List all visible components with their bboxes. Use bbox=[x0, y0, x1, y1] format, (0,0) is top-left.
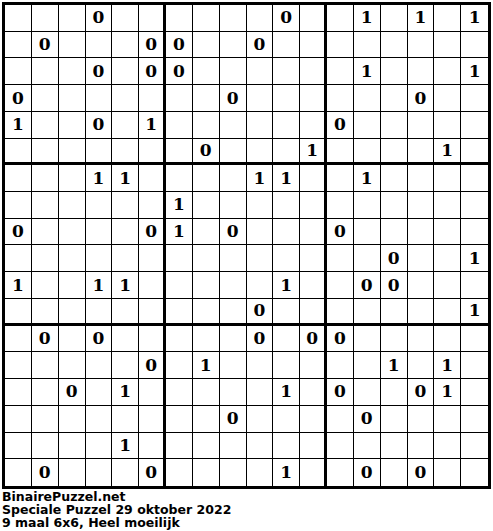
cell-r7c8[interactable] bbox=[193, 165, 220, 192]
cell-r3c2[interactable] bbox=[32, 58, 59, 85]
cell-r2c12[interactable] bbox=[300, 32, 327, 59]
cell-r3c7: 0 bbox=[166, 58, 193, 85]
cell-r10c18: 1 bbox=[461, 245, 488, 272]
cell-r11c2[interactable] bbox=[32, 272, 59, 299]
cell-r6c18[interactable] bbox=[461, 139, 488, 166]
cell-r15c18[interactable] bbox=[461, 379, 488, 406]
cell-r6c2[interactable] bbox=[32, 139, 59, 166]
cell-r16c16[interactable] bbox=[408, 406, 435, 433]
cell-r18c6: 0 bbox=[139, 459, 166, 486]
cell-r8c7: 1 bbox=[166, 192, 193, 219]
cell-r5c10[interactable] bbox=[247, 112, 274, 139]
cell-r15c5: 1 bbox=[112, 379, 139, 406]
cell-r2c18[interactable] bbox=[461, 32, 488, 59]
cell-r2c17[interactable] bbox=[434, 32, 461, 59]
cell-r2c11[interactable] bbox=[273, 32, 300, 59]
cell-r17c15[interactable] bbox=[381, 433, 408, 460]
cell-r16c11[interactable] bbox=[273, 406, 300, 433]
cell-r17c4[interactable] bbox=[86, 433, 113, 460]
cell-r3c8[interactable] bbox=[193, 58, 220, 85]
cell-r12c11[interactable] bbox=[273, 299, 300, 326]
cell-r12c2[interactable] bbox=[32, 299, 59, 326]
cell-r13c6[interactable] bbox=[139, 326, 166, 353]
cell-r11c5: 1 bbox=[112, 272, 139, 299]
cell-r6c4[interactable] bbox=[86, 139, 113, 166]
cell-r11c11: 1 bbox=[273, 272, 300, 299]
cell-r18c9[interactable] bbox=[220, 459, 247, 486]
cell-r4c7[interactable] bbox=[166, 85, 193, 112]
cell-r16c4[interactable] bbox=[86, 406, 113, 433]
cell-r6c10[interactable] bbox=[247, 139, 274, 166]
cell-r5c12[interactable] bbox=[300, 112, 327, 139]
cell-r10c5[interactable] bbox=[112, 245, 139, 272]
cell-r16c6[interactable] bbox=[139, 406, 166, 433]
cell-r16c14: 0 bbox=[354, 406, 381, 433]
cell-r4c13[interactable] bbox=[327, 85, 354, 112]
cell-r14c15: 1 bbox=[381, 352, 408, 379]
cell-r3c14: 1 bbox=[354, 58, 381, 85]
cell-r17c3[interactable] bbox=[59, 433, 86, 460]
cell-r4c17[interactable] bbox=[434, 85, 461, 112]
cell-r1c3[interactable] bbox=[59, 5, 86, 32]
cell-r6c14[interactable] bbox=[354, 139, 381, 166]
cell-r13c4: 0 bbox=[86, 326, 113, 353]
cell-r13c15[interactable] bbox=[381, 326, 408, 353]
cell-r12c3[interactable] bbox=[59, 299, 86, 326]
cell-r13c14[interactable] bbox=[354, 326, 381, 353]
cell-r11c13[interactable] bbox=[327, 272, 354, 299]
cell-r18c14: 0 bbox=[354, 459, 381, 486]
cell-r10c16[interactable] bbox=[408, 245, 435, 272]
cell-r6c12: 1 bbox=[300, 139, 327, 166]
cell-r10c9[interactable] bbox=[220, 245, 247, 272]
cell-r17c1[interactable] bbox=[5, 433, 32, 460]
cell-r18c4[interactable] bbox=[86, 459, 113, 486]
cell-r10c12[interactable] bbox=[300, 245, 327, 272]
cell-r3c1[interactable] bbox=[5, 58, 32, 85]
cell-r9c2[interactable] bbox=[32, 219, 59, 246]
cell-r5c5[interactable] bbox=[112, 112, 139, 139]
cell-r17c18[interactable] bbox=[461, 433, 488, 460]
cell-r9c10[interactable] bbox=[247, 219, 274, 246]
cell-r8c13[interactable] bbox=[327, 192, 354, 219]
cell-r11c3[interactable] bbox=[59, 272, 86, 299]
cell-r14c5[interactable] bbox=[112, 352, 139, 379]
cell-r8c14[interactable] bbox=[354, 192, 381, 219]
cell-r17c7[interactable] bbox=[166, 433, 193, 460]
cell-r11c14: 0 bbox=[354, 272, 381, 299]
cell-r10c7[interactable] bbox=[166, 245, 193, 272]
cell-r15c7[interactable] bbox=[166, 379, 193, 406]
cell-r9c15[interactable] bbox=[381, 219, 408, 246]
cell-r2c5[interactable] bbox=[112, 32, 139, 59]
cell-r17c9[interactable] bbox=[220, 433, 247, 460]
cell-r6c3[interactable] bbox=[59, 139, 86, 166]
cell-r14c10[interactable] bbox=[247, 352, 274, 379]
cell-r6c11[interactable] bbox=[273, 139, 300, 166]
cell-r7c16[interactable] bbox=[408, 165, 435, 192]
cell-r7c7[interactable] bbox=[166, 165, 193, 192]
cell-r9c5[interactable] bbox=[112, 219, 139, 246]
cell-r9c16[interactable] bbox=[408, 219, 435, 246]
cell-r16c5[interactable] bbox=[112, 406, 139, 433]
cell-r12c6[interactable] bbox=[139, 299, 166, 326]
cell-r8c16[interactable] bbox=[408, 192, 435, 219]
cell-r7c10: 1 bbox=[247, 165, 274, 192]
cell-r5c16[interactable] bbox=[408, 112, 435, 139]
cell-r6c5[interactable] bbox=[112, 139, 139, 166]
cell-r18c12[interactable] bbox=[300, 459, 327, 486]
cell-r4c3[interactable] bbox=[59, 85, 86, 112]
cell-r11c15: 0 bbox=[381, 272, 408, 299]
cell-r4c6[interactable] bbox=[139, 85, 166, 112]
cell-r18c8[interactable] bbox=[193, 459, 220, 486]
cell-r5c14[interactable] bbox=[354, 112, 381, 139]
puzzle-board: 0011100000001100010100111111110010001111… bbox=[2, 2, 491, 489]
cell-r7c5: 1 bbox=[112, 165, 139, 192]
cell-r9c4[interactable] bbox=[86, 219, 113, 246]
cell-r3c17[interactable] bbox=[434, 58, 461, 85]
cell-r10c13[interactable] bbox=[327, 245, 354, 272]
cell-r10c8[interactable] bbox=[193, 245, 220, 272]
cell-r3c10[interactable] bbox=[247, 58, 274, 85]
cell-r16c8[interactable] bbox=[193, 406, 220, 433]
cell-r1c7[interactable] bbox=[166, 5, 193, 32]
cell-r6c7[interactable] bbox=[166, 139, 193, 166]
cell-r17c16[interactable] bbox=[408, 433, 435, 460]
cell-r10c11[interactable] bbox=[273, 245, 300, 272]
cell-r12c15[interactable] bbox=[381, 299, 408, 326]
cell-r7c12[interactable] bbox=[300, 165, 327, 192]
cell-r5c6: 1 bbox=[139, 112, 166, 139]
cell-r17c17[interactable] bbox=[434, 433, 461, 460]
cell-r8c11[interactable] bbox=[273, 192, 300, 219]
cell-r9c11[interactable] bbox=[273, 219, 300, 246]
cell-r5c7[interactable] bbox=[166, 112, 193, 139]
cell-r4c16: 0 bbox=[408, 85, 435, 112]
cell-r14c17: 1 bbox=[434, 352, 461, 379]
cell-r8c4[interactable] bbox=[86, 192, 113, 219]
cell-r4c10[interactable] bbox=[247, 85, 274, 112]
cell-r1c6[interactable] bbox=[139, 5, 166, 32]
cell-r2c7: 0 bbox=[166, 32, 193, 59]
cell-r18c15[interactable] bbox=[381, 459, 408, 486]
cell-r8c6[interactable] bbox=[139, 192, 166, 219]
cell-r16c3[interactable] bbox=[59, 406, 86, 433]
cell-r13c8[interactable] bbox=[193, 326, 220, 353]
cell-r10c6[interactable] bbox=[139, 245, 166, 272]
cell-r7c15[interactable] bbox=[381, 165, 408, 192]
cell-r13c10: 0 bbox=[247, 326, 274, 353]
cell-r17c6[interactable] bbox=[139, 433, 166, 460]
cell-r9c18[interactable] bbox=[461, 219, 488, 246]
cell-r15c11: 1 bbox=[273, 379, 300, 406]
cell-r14c16[interactable] bbox=[408, 352, 435, 379]
cell-r14c12[interactable] bbox=[300, 352, 327, 379]
cell-r15c12[interactable] bbox=[300, 379, 327, 406]
cell-r14c1[interactable] bbox=[5, 352, 32, 379]
cell-r11c7[interactable] bbox=[166, 272, 193, 299]
cell-r13c2: 0 bbox=[32, 326, 59, 353]
cell-r17c2[interactable] bbox=[32, 433, 59, 460]
cell-r16c7[interactable] bbox=[166, 406, 193, 433]
cell-r13c9[interactable] bbox=[220, 326, 247, 353]
cell-r16c9: 0 bbox=[220, 406, 247, 433]
cell-r7c17[interactable] bbox=[434, 165, 461, 192]
cell-r3c15[interactable] bbox=[381, 58, 408, 85]
cell-r18c10[interactable] bbox=[247, 459, 274, 486]
cell-r16c17[interactable] bbox=[434, 406, 461, 433]
cell-r18c13[interactable] bbox=[327, 459, 354, 486]
cell-r14c13[interactable] bbox=[327, 352, 354, 379]
cell-r12c4[interactable] bbox=[86, 299, 113, 326]
cell-r9c14[interactable] bbox=[354, 219, 381, 246]
cell-r7c1[interactable] bbox=[5, 165, 32, 192]
cell-r16c15[interactable] bbox=[381, 406, 408, 433]
cell-r1c18: 1 bbox=[461, 5, 488, 32]
cell-r10c14[interactable] bbox=[354, 245, 381, 272]
cell-r16c18[interactable] bbox=[461, 406, 488, 433]
cell-r11c8[interactable] bbox=[193, 272, 220, 299]
cell-r11c10[interactable] bbox=[247, 272, 274, 299]
cell-r4c8[interactable] bbox=[193, 85, 220, 112]
cell-r2c1[interactable] bbox=[5, 32, 32, 59]
cell-r1c15[interactable] bbox=[381, 5, 408, 32]
cell-r11c12[interactable] bbox=[300, 272, 327, 299]
cell-r3c13[interactable] bbox=[327, 58, 354, 85]
cell-r18c11: 1 bbox=[273, 459, 300, 486]
cell-r8c15[interactable] bbox=[381, 192, 408, 219]
cell-r7c18[interactable] bbox=[461, 165, 488, 192]
cell-r10c10[interactable] bbox=[247, 245, 274, 272]
cell-r15c10[interactable] bbox=[247, 379, 274, 406]
cell-r18c16: 0 bbox=[408, 459, 435, 486]
cell-r15c14[interactable] bbox=[354, 379, 381, 406]
cell-r15c8[interactable] bbox=[193, 379, 220, 406]
cell-r15c16: 0 bbox=[408, 379, 435, 406]
cell-r3c5[interactable] bbox=[112, 58, 139, 85]
cell-r18c5[interactable] bbox=[112, 459, 139, 486]
cell-r17c11[interactable] bbox=[273, 433, 300, 460]
cell-r10c3[interactable] bbox=[59, 245, 86, 272]
cell-r13c1[interactable] bbox=[5, 326, 32, 353]
cell-r5c9[interactable] bbox=[220, 112, 247, 139]
cell-r10c1[interactable] bbox=[5, 245, 32, 272]
cell-r5c4: 0 bbox=[86, 112, 113, 139]
cell-r9c12[interactable] bbox=[300, 219, 327, 246]
cell-r6c13[interactable] bbox=[327, 139, 354, 166]
cell-r5c17[interactable] bbox=[434, 112, 461, 139]
cell-r14c4[interactable] bbox=[86, 352, 113, 379]
cell-r6c16[interactable] bbox=[408, 139, 435, 166]
cell-r2c13[interactable] bbox=[327, 32, 354, 59]
cell-r6c6[interactable] bbox=[139, 139, 166, 166]
cell-r4c5[interactable] bbox=[112, 85, 139, 112]
cell-r12c1[interactable] bbox=[5, 299, 32, 326]
cell-r3c11[interactable] bbox=[273, 58, 300, 85]
cell-r1c13[interactable] bbox=[327, 5, 354, 32]
cell-r17c10[interactable] bbox=[247, 433, 274, 460]
cell-r3c16[interactable] bbox=[408, 58, 435, 85]
cell-r13c5[interactable] bbox=[112, 326, 139, 353]
footer-info: 9 maal 6x6, Heel moeilijk bbox=[2, 516, 231, 529]
cell-r8c17[interactable] bbox=[434, 192, 461, 219]
cell-r11c16[interactable] bbox=[408, 272, 435, 299]
cell-r1c11: 0 bbox=[273, 5, 300, 32]
cell-r12c8[interactable] bbox=[193, 299, 220, 326]
cell-r10c17[interactable] bbox=[434, 245, 461, 272]
cell-r5c15[interactable] bbox=[381, 112, 408, 139]
cell-r3c12[interactable] bbox=[300, 58, 327, 85]
cell-r5c11[interactable] bbox=[273, 112, 300, 139]
cell-r13c17[interactable] bbox=[434, 326, 461, 353]
cell-r11c6[interactable] bbox=[139, 272, 166, 299]
cell-r11c17[interactable] bbox=[434, 272, 461, 299]
cell-r4c11[interactable] bbox=[273, 85, 300, 112]
cell-r4c2[interactable] bbox=[32, 85, 59, 112]
cell-r7c11: 1 bbox=[273, 165, 300, 192]
cell-r3c9[interactable] bbox=[220, 58, 247, 85]
cell-r2c15[interactable] bbox=[381, 32, 408, 59]
cell-r18c1[interactable] bbox=[5, 459, 32, 486]
cell-r8c3[interactable] bbox=[59, 192, 86, 219]
cell-r6c15[interactable] bbox=[381, 139, 408, 166]
cell-r17c13[interactable] bbox=[327, 433, 354, 460]
cell-r13c18[interactable] bbox=[461, 326, 488, 353]
cell-r5c18[interactable] bbox=[461, 112, 488, 139]
cell-r10c2[interactable] bbox=[32, 245, 59, 272]
cell-r2c14[interactable] bbox=[354, 32, 381, 59]
cell-r11c9[interactable] bbox=[220, 272, 247, 299]
cell-r10c4[interactable] bbox=[86, 245, 113, 272]
cell-r15c6[interactable] bbox=[139, 379, 166, 406]
cell-r8c5[interactable] bbox=[112, 192, 139, 219]
cell-r7c9[interactable] bbox=[220, 165, 247, 192]
cell-r4c4[interactable] bbox=[86, 85, 113, 112]
cell-r1c9[interactable] bbox=[220, 5, 247, 32]
cell-r1c8[interactable] bbox=[193, 5, 220, 32]
cell-r7c3[interactable] bbox=[59, 165, 86, 192]
cell-r8c1[interactable] bbox=[5, 192, 32, 219]
cell-r9c17[interactable] bbox=[434, 219, 461, 246]
cell-r15c9[interactable] bbox=[220, 379, 247, 406]
cell-r12c18: 1 bbox=[461, 299, 488, 326]
footer: BinairePuzzel.net Speciale Puzzel 29 okt… bbox=[2, 490, 231, 529]
cell-r8c9[interactable] bbox=[220, 192, 247, 219]
cell-r5c3[interactable] bbox=[59, 112, 86, 139]
cell-r4c14[interactable] bbox=[354, 85, 381, 112]
cell-r8c10[interactable] bbox=[247, 192, 274, 219]
cell-r8c18[interactable] bbox=[461, 192, 488, 219]
cell-r18c18[interactable] bbox=[461, 459, 488, 486]
cell-r15c2[interactable] bbox=[32, 379, 59, 406]
cell-r4c12[interactable] bbox=[300, 85, 327, 112]
cell-r12c9[interactable] bbox=[220, 299, 247, 326]
cell-r16c13[interactable] bbox=[327, 406, 354, 433]
cell-r16c12[interactable] bbox=[300, 406, 327, 433]
cell-r2c9[interactable] bbox=[220, 32, 247, 59]
cell-r13c16[interactable] bbox=[408, 326, 435, 353]
cell-r15c1[interactable] bbox=[5, 379, 32, 406]
cell-r7c14: 1 bbox=[354, 165, 381, 192]
cell-r17c14[interactable] bbox=[354, 433, 381, 460]
cell-r14c2[interactable] bbox=[32, 352, 59, 379]
cell-r8c12[interactable] bbox=[300, 192, 327, 219]
cell-r12c12[interactable] bbox=[300, 299, 327, 326]
cell-r18c17[interactable] bbox=[434, 459, 461, 486]
cell-r15c15[interactable] bbox=[381, 379, 408, 406]
cell-r15c4[interactable] bbox=[86, 379, 113, 406]
cell-r1c1[interactable] bbox=[5, 5, 32, 32]
cell-r4c1: 0 bbox=[5, 85, 32, 112]
cell-r2c4[interactable] bbox=[86, 32, 113, 59]
cell-r12c13[interactable] bbox=[327, 299, 354, 326]
cell-r5c8[interactable] bbox=[193, 112, 220, 139]
cell-r13c11[interactable] bbox=[273, 326, 300, 353]
cell-r16c10[interactable] bbox=[247, 406, 274, 433]
cell-r16c1[interactable] bbox=[5, 406, 32, 433]
cell-r8c2[interactable] bbox=[32, 192, 59, 219]
cell-r1c5[interactable] bbox=[112, 5, 139, 32]
cell-r8c8[interactable] bbox=[193, 192, 220, 219]
cell-r7c6[interactable] bbox=[139, 165, 166, 192]
cell-r17c8[interactable] bbox=[193, 433, 220, 460]
cell-r15c3: 0 bbox=[59, 379, 86, 406]
cell-r7c2[interactable] bbox=[32, 165, 59, 192]
cell-r18c2: 0 bbox=[32, 459, 59, 486]
cell-r12c7[interactable] bbox=[166, 299, 193, 326]
cell-r14c9[interactable] bbox=[220, 352, 247, 379]
cell-r5c2[interactable] bbox=[32, 112, 59, 139]
cell-r4c18[interactable] bbox=[461, 85, 488, 112]
cell-r12c14[interactable] bbox=[354, 299, 381, 326]
cell-r1c2[interactable] bbox=[32, 5, 59, 32]
cell-r16c2[interactable] bbox=[32, 406, 59, 433]
cell-r2c3[interactable] bbox=[59, 32, 86, 59]
cell-r2c16[interactable] bbox=[408, 32, 435, 59]
cell-r6c1[interactable] bbox=[5, 139, 32, 166]
cell-r18c3[interactable] bbox=[59, 459, 86, 486]
cell-r5c1: 1 bbox=[5, 112, 32, 139]
cell-r17c12[interactable] bbox=[300, 433, 327, 460]
cell-r13c3[interactable] bbox=[59, 326, 86, 353]
cell-r6c9[interactable] bbox=[220, 139, 247, 166]
cell-r2c8[interactable] bbox=[193, 32, 220, 59]
cell-r12c5[interactable] bbox=[112, 299, 139, 326]
cell-r12c17[interactable] bbox=[434, 299, 461, 326]
cell-r13c7[interactable] bbox=[166, 326, 193, 353]
cell-r14c18[interactable] bbox=[461, 352, 488, 379]
cell-r14c14[interactable] bbox=[354, 352, 381, 379]
cell-r14c3[interactable] bbox=[59, 352, 86, 379]
cell-r1c12[interactable] bbox=[300, 5, 327, 32]
cell-r12c16[interactable] bbox=[408, 299, 435, 326]
cell-r3c6: 0 bbox=[139, 58, 166, 85]
cell-r1c10[interactable] bbox=[247, 5, 274, 32]
cell-r14c7[interactable] bbox=[166, 352, 193, 379]
cell-r14c11[interactable] bbox=[273, 352, 300, 379]
cell-r1c17[interactable] bbox=[434, 5, 461, 32]
cell-r9c8[interactable] bbox=[193, 219, 220, 246]
cell-r9c3[interactable] bbox=[59, 219, 86, 246]
cell-r11c1: 1 bbox=[5, 272, 32, 299]
cell-r18c7[interactable] bbox=[166, 459, 193, 486]
cell-r7c13[interactable] bbox=[327, 165, 354, 192]
cell-r11c18[interactable] bbox=[461, 272, 488, 299]
cell-r14c6: 0 bbox=[139, 352, 166, 379]
cell-r4c15[interactable] bbox=[381, 85, 408, 112]
cell-r3c3[interactable] bbox=[59, 58, 86, 85]
